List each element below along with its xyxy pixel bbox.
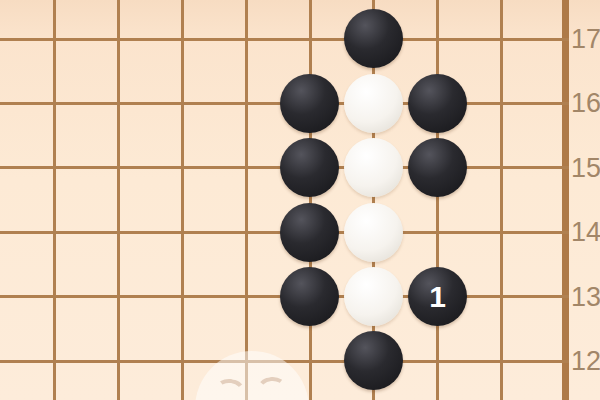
intersection-R15[interactable] [406,136,470,200]
black-stone-R13[interactable]: 1 [408,267,467,326]
white-stone-Q16[interactable] [344,74,403,133]
black-stone-P15[interactable] [280,138,339,197]
white-stone-Q15[interactable] [344,138,403,197]
intersection-Q16[interactable] [342,71,406,135]
intersection-Q17[interactable] [342,7,406,71]
white-stone-Q13[interactable] [344,267,403,326]
black-stone-P14[interactable] [280,203,339,262]
intersection-P15[interactable] [278,136,342,200]
intersection-R13[interactable]: 1 [406,264,470,328]
white-stone-Q14[interactable] [344,203,403,262]
black-stone-P13[interactable] [280,267,339,326]
black-stone-Q12[interactable] [344,331,403,390]
intersection-Q15[interactable] [342,136,406,200]
intersection-Q13[interactable] [342,264,406,328]
intersection-Q12[interactable] [342,329,406,393]
intersection-R16[interactable] [406,71,470,135]
intersection-P14[interactable] [278,200,342,264]
stones-grid[interactable]: 1 [23,7,598,393]
move-number-label: 1 [429,282,446,312]
black-stone-P16[interactable] [280,74,339,133]
intersection-P16[interactable] [278,71,342,135]
intersection-Q14[interactable] [342,200,406,264]
black-stone-R16[interactable] [408,74,467,133]
black-stone-Q17[interactable] [344,9,403,68]
black-stone-R15[interactable] [408,138,467,197]
go-board[interactable]: 171615141312 1 [0,0,600,400]
intersection-P13[interactable] [278,264,342,328]
